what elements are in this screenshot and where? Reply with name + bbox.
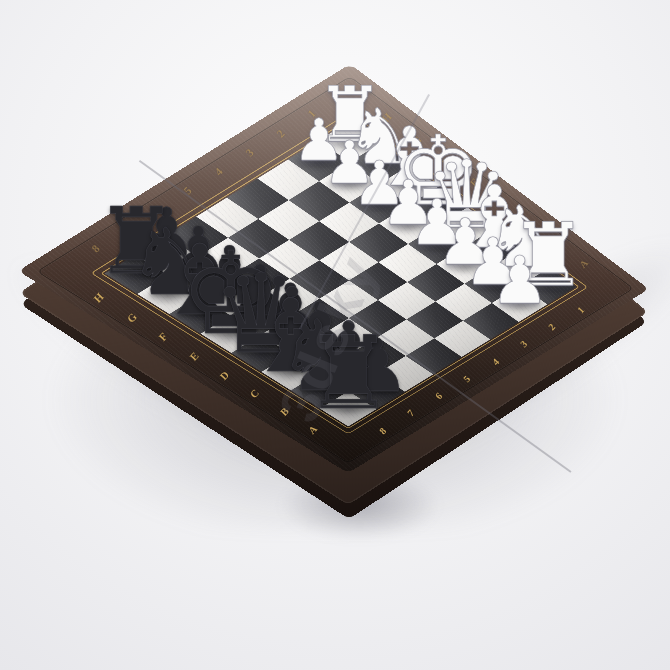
chessboard-scene: HGFEDCBA8765432187654321HGFEDCBA ♜♞♝♛♚♝♞…	[0, 0, 670, 670]
